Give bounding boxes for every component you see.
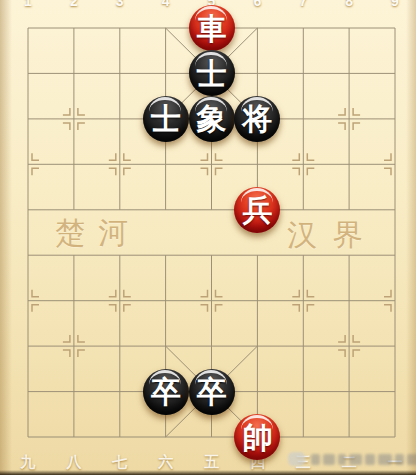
top-file-label-3: 3	[110, 0, 130, 9]
red-chariot-glyph: 車	[197, 9, 227, 50]
red-soldier-glyph: 兵	[242, 190, 272, 231]
black-elephant-glyph: 象	[197, 99, 227, 140]
bottom-file-label-3: 七	[110, 453, 130, 471]
top-file-label-9: 9	[385, 0, 405, 9]
black-advisor-glyph: 士	[197, 54, 227, 95]
watermark-segment	[395, 454, 404, 465]
top-file-label-7: 7	[293, 0, 313, 9]
bottom-file-label-4: 六	[156, 453, 176, 471]
bottom-file-label-5: 五	[202, 453, 222, 471]
black-advisor[interactable]: 士	[143, 96, 189, 142]
right-edge-shadow	[406, 0, 416, 475]
black-soldier-glyph: 卒	[151, 372, 181, 413]
black-soldier[interactable]: 卒	[189, 369, 235, 415]
black-advisor[interactable]: 士	[189, 50, 235, 96]
top-file-label-8: 8	[339, 0, 359, 9]
black-soldier-glyph: 卒	[197, 372, 227, 413]
top-file-label-2: 2	[64, 0, 84, 9]
black-general-glyph: 将	[242, 99, 272, 140]
river-label-han: 汉界	[287, 218, 379, 252]
red-chariot[interactable]: 車	[189, 5, 235, 51]
black-soldier[interactable]: 卒	[143, 369, 189, 415]
top-file-label-1: 1	[18, 0, 38, 9]
watermark-segment	[349, 454, 362, 465]
top-file-label-6: 6	[247, 0, 267, 9]
red-soldier[interactable]: 兵	[234, 187, 280, 233]
black-elephant[interactable]: 象	[189, 96, 235, 142]
river-label-chu: 楚河	[55, 216, 141, 250]
watermark-blob	[288, 452, 305, 466]
black-general[interactable]: 将	[234, 96, 280, 142]
black-advisor-glyph: 士	[151, 99, 181, 140]
top-file-label-4: 4	[156, 0, 176, 9]
bottom-file-label-1: 九	[18, 453, 38, 471]
xiangqi-board: 楚河 汉界 123456789 九八七六五四三二一 車士士象将兵卒卒帥	[0, 0, 416, 475]
watermark-segment	[365, 454, 375, 465]
watermark-segment	[311, 454, 320, 465]
bottom-edge-shadow	[0, 470, 416, 475]
watermark-segment	[323, 454, 335, 465]
watermark-segment	[378, 454, 392, 465]
bottom-file-label-2: 八	[64, 453, 84, 471]
left-edge-shadow	[0, 0, 12, 475]
watermark-blurred	[288, 449, 412, 469]
red-general-glyph: 帥	[242, 418, 272, 459]
watermark-segment	[338, 454, 346, 465]
